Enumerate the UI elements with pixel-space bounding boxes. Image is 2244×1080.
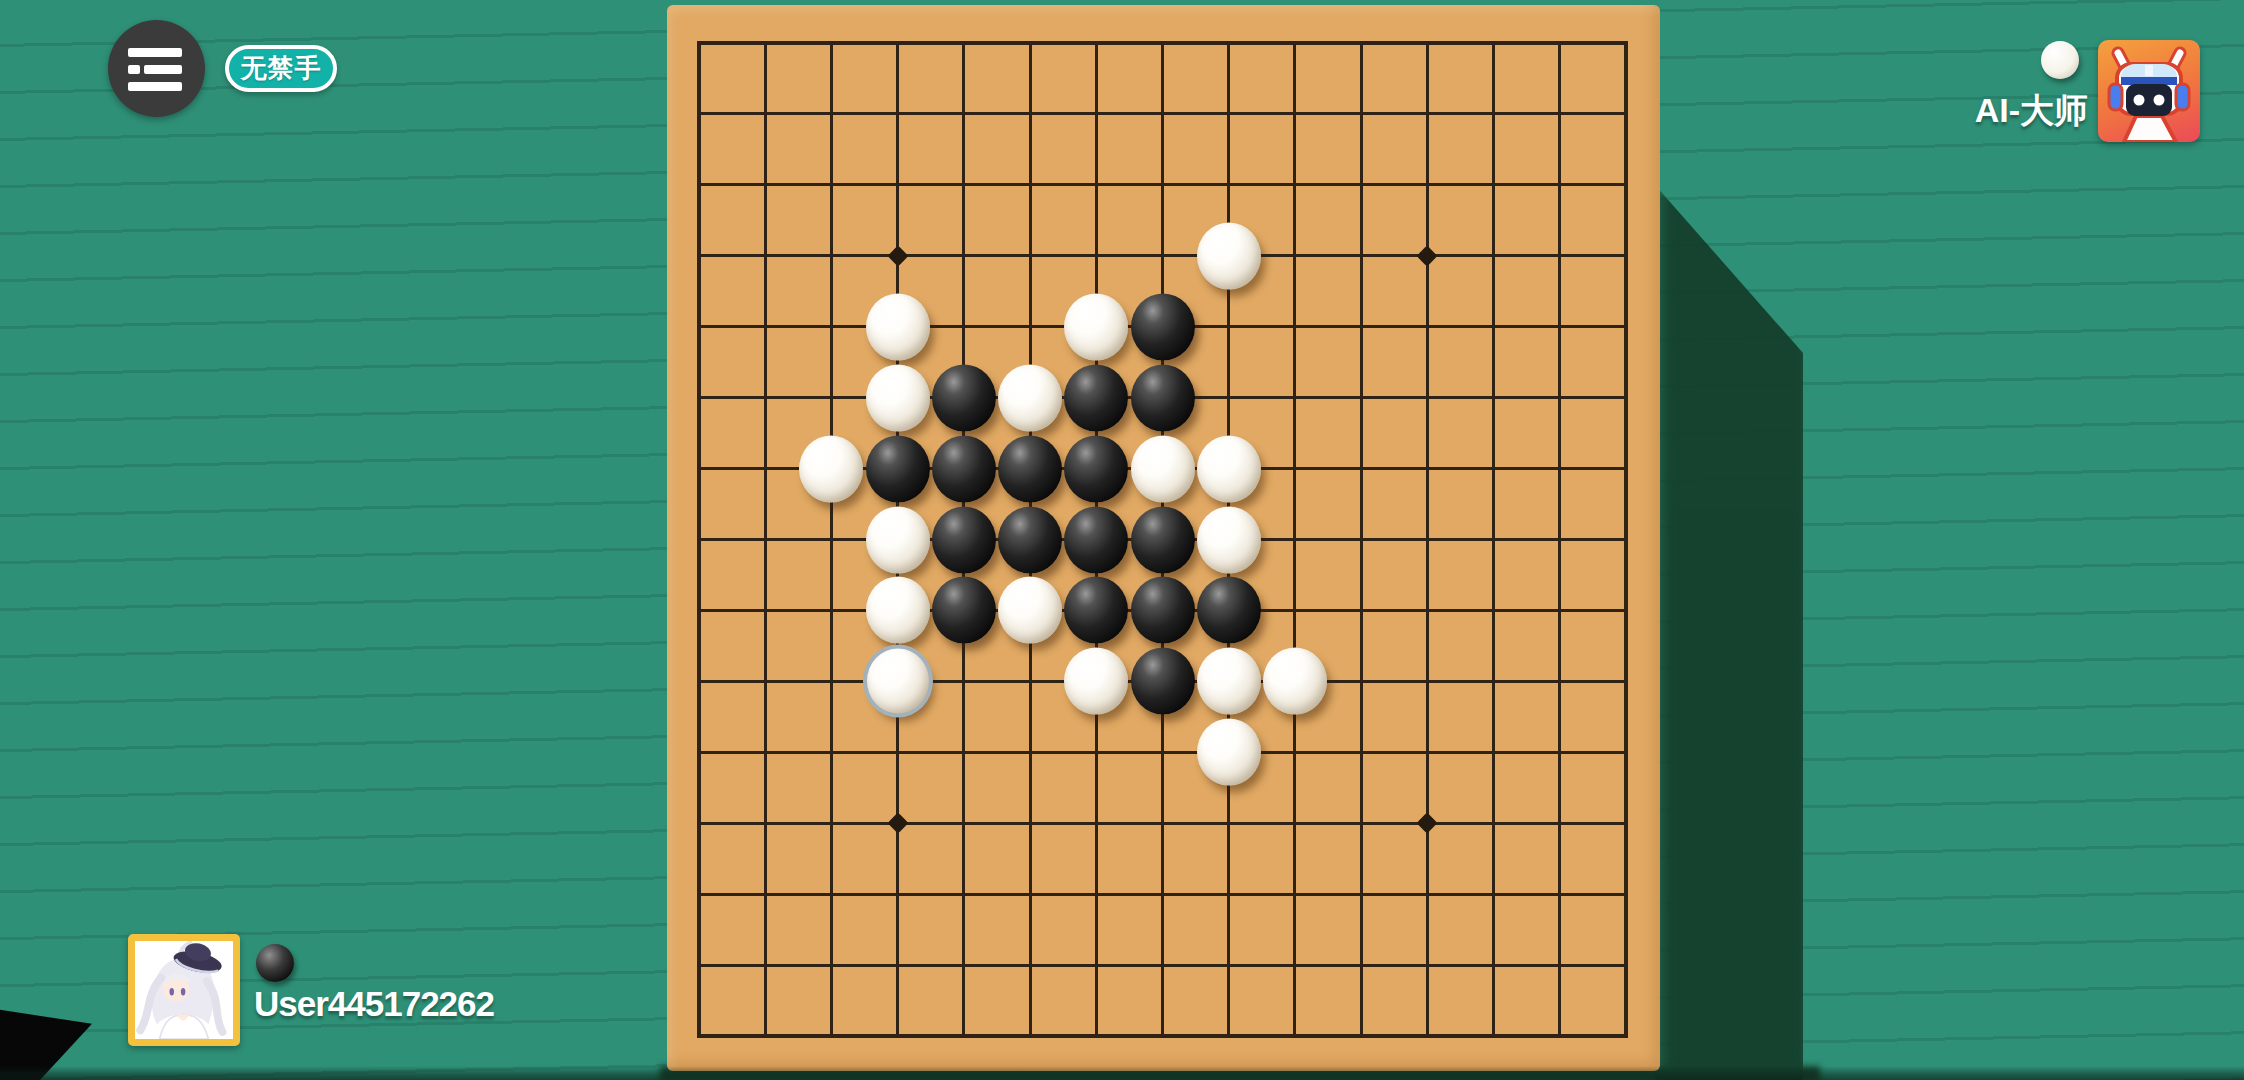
ai-avatar — [2098, 40, 2200, 142]
white-stone — [998, 364, 1062, 431]
grid-line-vertical — [1360, 41, 1363, 1038]
white-stone — [866, 364, 930, 431]
black-stone — [932, 577, 996, 644]
black-stone — [1131, 577, 1195, 644]
black-stone — [998, 506, 1062, 573]
robot-icon — [2098, 40, 2200, 142]
white-stone — [866, 506, 930, 573]
grid-line-horizontal — [697, 1034, 1628, 1038]
black-stone — [1064, 435, 1128, 502]
ai-player-name: AI-大师 — [1930, 88, 2088, 134]
black-stone — [1131, 648, 1195, 715]
white-stone — [1197, 648, 1261, 715]
black-stone — [866, 435, 930, 502]
white-stone — [1197, 719, 1261, 786]
rule-badge: 无禁手 — [225, 45, 337, 92]
star-point — [1417, 813, 1438, 834]
anime-girl-icon — [135, 941, 233, 1039]
black-stone — [998, 435, 1062, 502]
white-stone — [866, 577, 930, 644]
black-stone — [1064, 364, 1128, 431]
user-stone-indicator — [256, 944, 294, 982]
white-stone — [799, 435, 863, 502]
grid-line-vertical — [1492, 41, 1495, 1038]
black-stone — [1064, 506, 1128, 573]
white-stone — [1064, 293, 1128, 360]
white-stone-last-move — [866, 648, 930, 715]
gomoku-board[interactable] — [667, 5, 1660, 1071]
menu-button[interactable] — [108, 20, 205, 117]
white-stone — [866, 293, 930, 360]
ai-stone-indicator — [2041, 41, 2079, 79]
black-stone — [932, 364, 996, 431]
black-stone — [1131, 506, 1195, 573]
grid-line-vertical — [1624, 41, 1628, 1038]
grid-line-vertical — [1293, 41, 1296, 1038]
white-stone — [1263, 648, 1327, 715]
white-stone — [1064, 648, 1128, 715]
user-player-name: User445172262 — [254, 984, 494, 1024]
white-stone — [1197, 435, 1261, 502]
grid-line-horizontal — [697, 964, 1628, 967]
star-point — [887, 813, 908, 834]
rule-badge-label: 无禁手 — [241, 51, 322, 86]
star-point — [887, 245, 908, 266]
black-stone — [1131, 293, 1195, 360]
grid-line-horizontal — [697, 893, 1628, 896]
white-stone — [1131, 435, 1195, 502]
user-avatar — [128, 934, 240, 1046]
floor-edge — [0, 1066, 2244, 1080]
white-stone — [1197, 222, 1261, 289]
star-point — [1417, 245, 1438, 266]
game-screen: 无禁手 AI-大师 — [0, 0, 2244, 1080]
grid-line-horizontal — [697, 822, 1628, 825]
black-stone — [932, 435, 996, 502]
black-stone — [1131, 364, 1195, 431]
black-stone — [1197, 577, 1261, 644]
white-stone — [1197, 506, 1261, 573]
black-stone — [1064, 577, 1128, 644]
board-drop-shadow — [1655, 185, 1815, 1080]
grid-line-horizontal — [697, 751, 1628, 754]
black-stone — [932, 506, 996, 573]
white-stone — [998, 577, 1062, 644]
grid-line-vertical — [1558, 41, 1561, 1038]
grid-line-vertical — [1426, 41, 1429, 1038]
